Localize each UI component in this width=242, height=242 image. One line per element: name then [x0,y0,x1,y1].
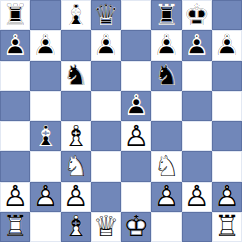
pawn-filled-glyph-icon: ♟ [91,30,121,60]
square-c1[interactable]: ♝♗ [61,212,91,242]
square-e6[interactable] [121,61,151,91]
pawn-outline-glyph-icon: ♙ [182,30,212,60]
square-b3[interactable] [30,151,60,181]
piece-black-bishop[interactable]: ♝♗ [61,0,91,30]
square-f6[interactable]: ♞♘ [151,61,181,91]
bishop-filled-glyph-icon: ♝ [61,121,91,151]
rook-outline-glyph-icon: ♖ [0,0,30,30]
queen-filled-glyph-icon: ♛ [91,0,121,30]
square-h8[interactable] [212,0,242,30]
piece-white-pawn[interactable]: ♟♙ [30,182,60,212]
square-e7[interactable] [121,30,151,60]
square-e4[interactable]: ♟♙ [121,121,151,151]
square-b4[interactable]: ♝♗ [30,121,60,151]
piece-black-pawn[interactable]: ♟♙ [121,91,151,121]
square-a1[interactable]: ♜♖ [0,212,30,242]
pawn-filled-glyph-icon: ♟ [0,182,30,212]
square-b5[interactable] [30,91,60,121]
square-c5[interactable] [61,91,91,121]
rook-filled-glyph-icon: ♜ [212,212,242,242]
square-c8[interactable]: ♝♗ [61,0,91,30]
pawn-filled-glyph-icon: ♟ [151,30,181,60]
square-f4[interactable] [151,121,181,151]
square-f8[interactable]: ♜♖ [151,0,181,30]
square-f5[interactable] [151,91,181,121]
knight-filled-glyph-icon: ♞ [61,151,91,181]
square-e5[interactable]: ♟♙ [121,91,151,121]
pawn-filled-glyph-icon: ♟ [151,182,181,212]
bishop-outline-glyph-icon: ♗ [61,121,91,151]
bishop-filled-glyph-icon: ♝ [61,0,91,30]
square-d7[interactable]: ♟♙ [91,30,121,60]
square-h7[interactable]: ♟♙ [212,30,242,60]
pawn-filled-glyph-icon: ♟ [121,121,151,151]
piece-black-bishop[interactable]: ♝♗ [30,121,60,151]
pawn-filled-glyph-icon: ♟ [30,30,60,60]
bishop-filled-glyph-icon: ♝ [30,121,60,151]
piece-black-pawn[interactable]: ♟♙ [182,30,212,60]
square-a8[interactable]: ♜♖ [0,0,30,30]
pawn-filled-glyph-icon: ♟ [212,182,242,212]
square-d5[interactable] [91,91,121,121]
square-f2[interactable]: ♟♙ [151,182,181,212]
square-c6[interactable]: ♞♘ [61,61,91,91]
piece-white-queen[interactable]: ♛♕ [91,212,121,242]
square-g3[interactable] [182,151,212,181]
square-e8[interactable] [121,0,151,30]
pawn-outline-glyph-icon: ♙ [212,30,242,60]
rook-filled-glyph-icon: ♜ [151,0,181,30]
square-e2[interactable] [121,182,151,212]
pawn-outline-glyph-icon: ♙ [30,182,60,212]
square-g8[interactable]: ♚♔ [182,0,212,30]
pawn-outline-glyph-icon: ♙ [182,182,212,212]
piece-black-pawn[interactable]: ♟♙ [91,30,121,60]
square-a6[interactable] [0,61,30,91]
piece-white-pawn[interactable]: ♟♙ [121,121,151,151]
square-b6[interactable] [30,61,60,91]
square-e3[interactable] [121,151,151,181]
piece-white-rook[interactable]: ♜♖ [212,212,242,242]
piece-white-pawn[interactable]: ♟♙ [61,182,91,212]
square-d6[interactable] [91,61,121,91]
piece-black-pawn[interactable]: ♟♙ [30,30,60,60]
knight-outline-glyph-icon: ♘ [61,61,91,91]
king-filled-glyph-icon: ♚ [182,0,212,30]
square-g7[interactable]: ♟♙ [182,30,212,60]
king-outline-glyph-icon: ♔ [182,0,212,30]
piece-white-pawn[interactable]: ♟♙ [0,182,30,212]
piece-black-pawn[interactable]: ♟♙ [151,30,181,60]
pawn-outline-glyph-icon: ♙ [30,30,60,60]
piece-white-bishop[interactable]: ♝♗ [61,212,91,242]
square-a2[interactable]: ♟♙ [0,182,30,212]
pawn-filled-glyph-icon: ♟ [121,91,151,121]
pawn-filled-glyph-icon: ♟ [182,30,212,60]
square-a4[interactable] [0,121,30,151]
square-d4[interactable] [91,121,121,151]
piece-black-queen[interactable]: ♛♕ [91,0,121,30]
square-f7[interactable]: ♟♙ [151,30,181,60]
square-g2[interactable]: ♟♙ [182,182,212,212]
chess-board: ♜♖♝♗♛♕♜♖♚♔♟♙♟♙♟♙♟♙♟♙♟♙♞♘♞♘♟♙♝♗♝♗♟♙♞♘♞♘♟♙… [0,0,242,242]
piece-white-knight[interactable]: ♞♘ [61,151,91,181]
pawn-filled-glyph-icon: ♟ [61,182,91,212]
square-c3[interactable]: ♞♘ [61,151,91,181]
rook-filled-glyph-icon: ♜ [0,212,30,242]
pawn-outline-glyph-icon: ♙ [0,30,30,60]
square-h1[interactable]: ♜♖ [212,212,242,242]
rook-filled-glyph-icon: ♜ [0,0,30,30]
pawn-outline-glyph-icon: ♙ [0,182,30,212]
square-c4[interactable]: ♝♗ [61,121,91,151]
knight-filled-glyph-icon: ♞ [151,61,181,91]
piece-black-knight[interactable]: ♞♘ [151,61,181,91]
pawn-outline-glyph-icon: ♙ [151,182,181,212]
square-g1[interactable] [182,212,212,242]
square-a3[interactable] [0,151,30,181]
pawn-outline-glyph-icon: ♙ [61,182,91,212]
knight-outline-glyph-icon: ♘ [151,61,181,91]
knight-filled-glyph-icon: ♞ [61,61,91,91]
pawn-filled-glyph-icon: ♟ [30,182,60,212]
piece-white-pawn[interactable]: ♟♙ [212,182,242,212]
bishop-outline-glyph-icon: ♗ [61,212,91,242]
bishop-outline-glyph-icon: ♗ [30,121,60,151]
square-h5[interactable] [212,91,242,121]
king-filled-glyph-icon: ♚ [121,212,151,242]
square-h3[interactable] [212,151,242,181]
knight-outline-glyph-icon: ♘ [61,151,91,181]
king-outline-glyph-icon: ♔ [121,212,151,242]
piece-white-knight[interactable]: ♞♘ [151,151,181,181]
square-h4[interactable] [212,121,242,151]
pawn-outline-glyph-icon: ♙ [121,91,151,121]
piece-black-rook[interactable]: ♜♖ [0,0,30,30]
piece-black-pawn[interactable]: ♟♙ [212,30,242,60]
square-c2[interactable]: ♟♙ [61,182,91,212]
piece-black-pawn[interactable]: ♟♙ [0,30,30,60]
bishop-outline-glyph-icon: ♗ [61,0,91,30]
piece-white-rook[interactable]: ♜♖ [0,212,30,242]
piece-white-bishop[interactable]: ♝♗ [61,121,91,151]
pawn-filled-glyph-icon: ♟ [0,30,30,60]
square-a7[interactable]: ♟♙ [0,30,30,60]
knight-filled-glyph-icon: ♞ [151,151,181,181]
piece-black-knight[interactable]: ♞♘ [61,61,91,91]
square-b8[interactable] [30,0,60,30]
square-g5[interactable] [182,91,212,121]
queen-filled-glyph-icon: ♛ [91,212,121,242]
square-b7[interactable]: ♟♙ [30,30,60,60]
square-b2[interactable]: ♟♙ [30,182,60,212]
pawn-outline-glyph-icon: ♙ [212,182,242,212]
piece-white-pawn[interactable]: ♟♙ [182,182,212,212]
square-h2[interactable]: ♟♙ [212,182,242,212]
pawn-outline-glyph-icon: ♙ [151,30,181,60]
piece-black-rook[interactable]: ♜♖ [151,0,181,30]
rook-outline-glyph-icon: ♖ [151,0,181,30]
square-g4[interactable] [182,121,212,151]
rook-outline-glyph-icon: ♖ [0,212,30,242]
square-d2[interactable] [91,182,121,212]
square-a5[interactable] [0,91,30,121]
piece-white-pawn[interactable]: ♟♙ [151,182,181,212]
square-b1[interactable] [30,212,60,242]
queen-outline-glyph-icon: ♕ [91,212,121,242]
square-h6[interactable] [212,61,242,91]
pawn-outline-glyph-icon: ♙ [121,121,151,151]
pawn-filled-glyph-icon: ♟ [182,182,212,212]
bishop-filled-glyph-icon: ♝ [61,212,91,242]
square-f1[interactable] [151,212,181,242]
square-c7[interactable] [61,30,91,60]
square-e1[interactable]: ♚♔ [121,212,151,242]
queen-outline-glyph-icon: ♕ [91,0,121,30]
square-f3[interactable]: ♞♘ [151,151,181,181]
square-g6[interactable] [182,61,212,91]
square-d8[interactable]: ♛♕ [91,0,121,30]
pawn-outline-glyph-icon: ♙ [91,30,121,60]
pawn-filled-glyph-icon: ♟ [212,30,242,60]
square-d3[interactable] [91,151,121,181]
rook-outline-glyph-icon: ♖ [212,212,242,242]
piece-white-king[interactable]: ♚♔ [121,212,151,242]
square-d1[interactable]: ♛♕ [91,212,121,242]
knight-outline-glyph-icon: ♘ [151,151,181,181]
piece-black-king[interactable]: ♚♔ [182,0,212,30]
